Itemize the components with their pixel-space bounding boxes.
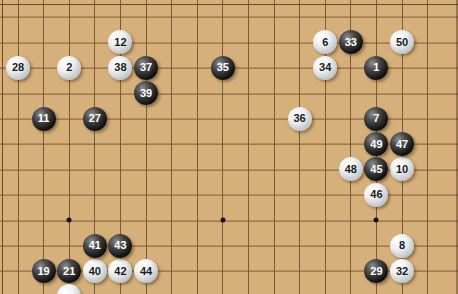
stone-number: 38 xyxy=(114,62,126,73)
stone-white-40[interactable]: 40 xyxy=(83,259,107,283)
stone-white-50[interactable]: 50 xyxy=(390,30,414,54)
stone-number: 48 xyxy=(345,164,357,175)
stone-black-43[interactable]: 43 xyxy=(108,234,132,258)
stone-number: 40 xyxy=(89,266,101,277)
stone-number: 35 xyxy=(217,62,229,73)
stone-black-11[interactable]: 11 xyxy=(32,107,56,131)
stone-number: 12 xyxy=(114,37,126,48)
board-left-edge-line xyxy=(2,0,3,294)
stone-white-42[interactable]: 42 xyxy=(108,259,132,283)
stone-number: 19 xyxy=(37,266,49,277)
stone-black-39[interactable]: 39 xyxy=(134,81,158,105)
stone-number: 7 xyxy=(373,113,379,124)
stone-number: 28 xyxy=(12,62,24,73)
stone-white-28[interactable]: 28 xyxy=(6,56,30,80)
stone-number: 44 xyxy=(140,266,152,277)
stone-number: 32 xyxy=(396,266,408,277)
stone-black-29[interactable]: 29 xyxy=(364,259,388,283)
stone-number: 6 xyxy=(322,37,328,48)
stone-black-47[interactable]: 47 xyxy=(390,132,414,156)
stone-number: 36 xyxy=(293,113,305,124)
stone-number: 8 xyxy=(399,240,405,251)
stone-white-44[interactable]: 44 xyxy=(134,259,158,283)
stone-black-45[interactable]: 45 xyxy=(364,157,388,181)
stone-black-33[interactable]: 33 xyxy=(339,30,363,54)
stone-white-48[interactable]: 48 xyxy=(339,157,363,181)
star-point xyxy=(220,218,225,223)
stone-number: 1 xyxy=(373,62,379,73)
stone-number: 37 xyxy=(140,62,152,73)
stone-white-12[interactable]: 12 xyxy=(108,30,132,54)
stone-number: 39 xyxy=(140,88,152,99)
stone-white-36[interactable]: 36 xyxy=(288,107,312,131)
stone-number: 41 xyxy=(89,240,101,251)
stone-black-7[interactable]: 7 xyxy=(364,107,388,131)
stone-black-35[interactable]: 35 xyxy=(211,56,235,80)
stone-number: 34 xyxy=(319,62,331,73)
stone-black-1[interactable]: 1 xyxy=(364,56,388,80)
stone-white-46[interactable]: 46 xyxy=(364,183,388,207)
stone-number: 21 xyxy=(63,266,75,277)
stone-black-37[interactable]: 37 xyxy=(134,56,158,80)
stone-number: 2 xyxy=(66,62,72,73)
stone-white-clipped[interactable] xyxy=(57,284,81,294)
star-point xyxy=(374,218,379,223)
stone-white-34[interactable]: 34 xyxy=(313,56,337,80)
stone-white-8[interactable]: 8 xyxy=(390,234,414,258)
stone-number: 27 xyxy=(89,113,101,124)
stone-black-19[interactable]: 19 xyxy=(32,259,56,283)
stone-number: 49 xyxy=(370,139,382,150)
stone-white-6[interactable]: 6 xyxy=(313,30,337,54)
stone-black-41[interactable]: 41 xyxy=(83,234,107,258)
stone-number: 50 xyxy=(396,37,408,48)
stone-number: 11 xyxy=(38,113,50,124)
stone-white-10[interactable]: 10 xyxy=(390,157,414,181)
stone-number: 43 xyxy=(114,240,126,251)
stone-white-2[interactable]: 2 xyxy=(57,56,81,80)
star-point xyxy=(67,218,72,223)
stone-number: 33 xyxy=(345,37,357,48)
stone-number: 29 xyxy=(370,266,382,277)
stone-black-49[interactable]: 49 xyxy=(364,132,388,156)
board-top-edge-line xyxy=(0,4,458,5)
stone-black-21[interactable]: 21 xyxy=(57,259,81,283)
stone-number: 46 xyxy=(370,189,382,200)
stone-white-32[interactable]: 32 xyxy=(390,259,414,283)
stone-number: 42 xyxy=(114,266,126,277)
go-board[interactable]: 1267810111219212728293233343536373839404… xyxy=(0,0,458,294)
stone-white-38[interactable]: 38 xyxy=(108,56,132,80)
stone-number: 45 xyxy=(370,164,382,175)
stone-number: 10 xyxy=(396,164,408,175)
stone-black-27[interactable]: 27 xyxy=(83,107,107,131)
stone-number: 47 xyxy=(396,139,408,150)
